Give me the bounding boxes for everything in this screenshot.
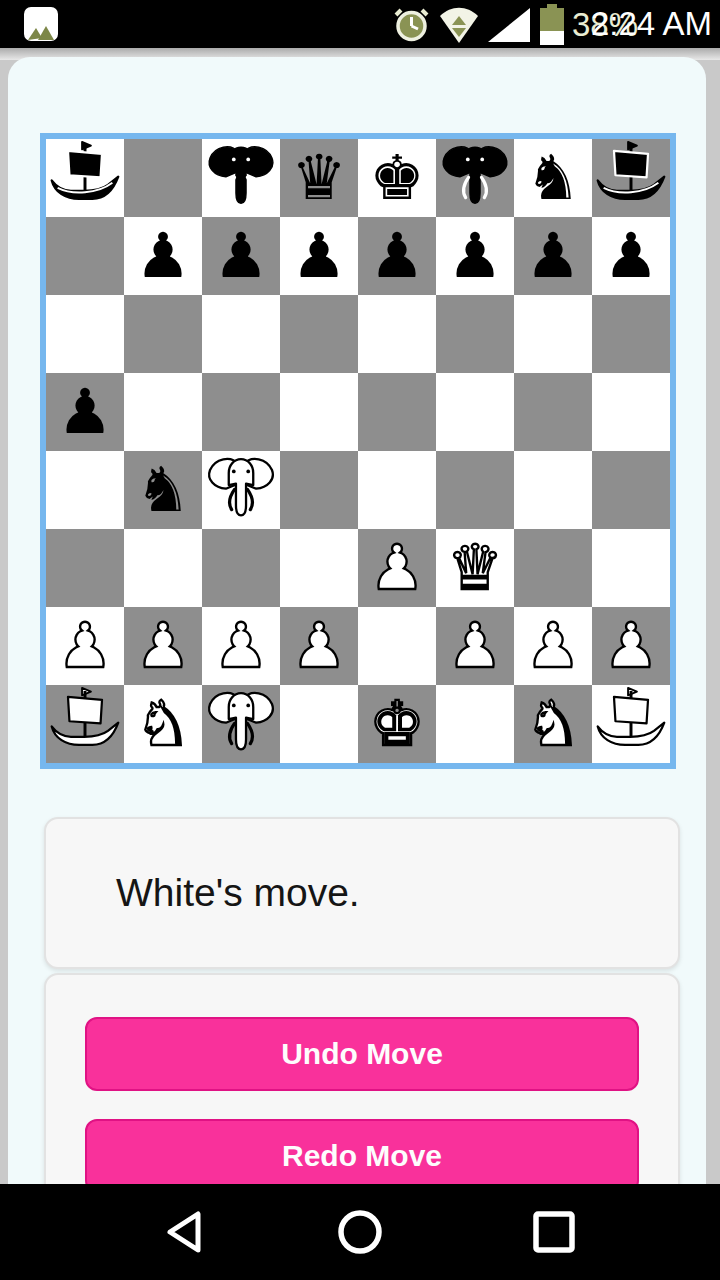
square-c8[interactable] xyxy=(202,139,280,217)
square-c3[interactable] xyxy=(202,529,280,607)
recents-icon xyxy=(532,1210,576,1254)
square-h7[interactable]: ♟ xyxy=(592,217,670,295)
square-a7[interactable] xyxy=(46,217,124,295)
square-e7[interactable]: ♟ xyxy=(358,217,436,295)
piece-black-pawn: ♟ xyxy=(369,217,425,295)
square-f6[interactable] xyxy=(436,295,514,373)
piece-white-queen: ♛ xyxy=(447,529,503,607)
home-icon xyxy=(336,1208,384,1256)
square-f8[interactable] xyxy=(436,139,514,217)
square-h8[interactable] xyxy=(592,139,670,217)
piece-black-pawn: ♟ xyxy=(57,373,113,451)
wifi-icon xyxy=(438,7,480,45)
square-e5[interactable] xyxy=(358,373,436,451)
battery-icon xyxy=(540,4,564,45)
piece-black-pawn: ♟ xyxy=(213,217,269,295)
square-h1[interactable] xyxy=(592,685,670,763)
square-d3[interactable] xyxy=(280,529,358,607)
piece-white-pawn: ♟ xyxy=(369,529,425,607)
piece-white-pawn: ♟ xyxy=(135,607,191,685)
square-f1[interactable] xyxy=(436,685,514,763)
square-b6[interactable] xyxy=(124,295,202,373)
piece-black-knight: ♞ xyxy=(525,139,581,217)
square-d6[interactable] xyxy=(280,295,358,373)
square-f3[interactable]: ♛ xyxy=(436,529,514,607)
square-a2[interactable]: ♟ xyxy=(46,607,124,685)
square-b5[interactable] xyxy=(124,373,202,451)
square-b3[interactable] xyxy=(124,529,202,607)
square-f5[interactable] xyxy=(436,373,514,451)
piece-black-pawn: ♟ xyxy=(525,217,581,295)
redo-move-button[interactable]: Redo Move xyxy=(85,1119,639,1193)
square-d5[interactable] xyxy=(280,373,358,451)
mountains-glyph xyxy=(27,23,55,41)
recents-button[interactable] xyxy=(526,1184,582,1280)
piece-white-rook-boat xyxy=(48,685,122,763)
square-g1[interactable]: ♞ xyxy=(514,685,592,763)
turn-message: White's move. xyxy=(116,871,360,915)
square-a3[interactable] xyxy=(46,529,124,607)
square-f7[interactable]: ♟ xyxy=(436,217,514,295)
square-g8[interactable]: ♞ xyxy=(514,139,592,217)
square-b7[interactable]: ♟ xyxy=(124,217,202,295)
piece-black-knight: ♞ xyxy=(135,451,191,529)
piece-black-pawn: ♟ xyxy=(447,217,503,295)
piece-black-king: ♚ xyxy=(369,139,425,217)
clock-time: 2:24 AM xyxy=(591,5,712,43)
alarm-clock-icon xyxy=(393,6,430,43)
piece-white-pawn: ♟ xyxy=(525,607,581,685)
piece-black-pawn: ♟ xyxy=(291,217,347,295)
square-g5[interactable] xyxy=(514,373,592,451)
piece-white-knight: ♞ xyxy=(525,685,581,763)
piece-white-king: ♚ xyxy=(369,685,425,763)
message-card: White's move. xyxy=(44,817,680,969)
piece-white-pawn: ♟ xyxy=(213,607,269,685)
gallery-notification-icon xyxy=(24,7,58,41)
chess-board[interactable]: ♛♚ ♞ ♟♟♟♟♟♟♟♟♞ ♟♛♟♟♟♟♟♟♟ ♞ ♚♞ xyxy=(40,133,676,769)
status-bar: 38% 2:24 AM xyxy=(0,0,720,48)
square-c6[interactable] xyxy=(202,295,280,373)
square-c4[interactable] xyxy=(202,451,280,529)
piece-black-bishop-elephant xyxy=(205,140,277,216)
piece-black-rook-boat xyxy=(48,139,122,217)
square-b2[interactable]: ♟ xyxy=(124,607,202,685)
square-f4[interactable] xyxy=(436,451,514,529)
piece-white-bishop-elephant xyxy=(205,452,277,528)
square-g6[interactable] xyxy=(514,295,592,373)
square-c5[interactable] xyxy=(202,373,280,451)
square-a1[interactable] xyxy=(46,685,124,763)
square-h5[interactable] xyxy=(592,373,670,451)
piece-black-bishop-elephant xyxy=(439,140,511,216)
square-e3[interactable]: ♟ xyxy=(358,529,436,607)
square-a6[interactable] xyxy=(46,295,124,373)
square-g7[interactable]: ♟ xyxy=(514,217,592,295)
back-button[interactable] xyxy=(156,1184,212,1280)
piece-black-pawn: ♟ xyxy=(603,217,659,295)
piece-white-pawn: ♟ xyxy=(57,607,113,685)
square-f2[interactable]: ♟ xyxy=(436,607,514,685)
square-d7[interactable]: ♟ xyxy=(280,217,358,295)
back-icon xyxy=(165,1210,203,1254)
square-e4[interactable] xyxy=(358,451,436,529)
square-a5[interactable]: ♟ xyxy=(46,373,124,451)
piece-white-bishop-elephant xyxy=(205,686,277,762)
piece-white-knight: ♞ xyxy=(135,685,191,763)
square-c1[interactable] xyxy=(202,685,280,763)
square-d4[interactable] xyxy=(280,451,358,529)
square-h6[interactable] xyxy=(592,295,670,373)
phone-screen: 38% 2:24 AM ♛♚ ♞ ♟♟♟♟♟♟♟♟♞ ♟ xyxy=(0,0,720,1280)
piece-white-pawn: ♟ xyxy=(291,607,347,685)
square-e6[interactable] xyxy=(358,295,436,373)
square-d2[interactable]: ♟ xyxy=(280,607,358,685)
signal-icon xyxy=(488,8,530,42)
square-b1[interactable]: ♞ xyxy=(124,685,202,763)
home-button[interactable] xyxy=(332,1184,388,1280)
piece-white-pawn: ♟ xyxy=(447,607,503,685)
square-b4[interactable]: ♞ xyxy=(124,451,202,529)
square-e2[interactable] xyxy=(358,607,436,685)
piece-black-pawn: ♟ xyxy=(135,217,191,295)
piece-black-queen: ♛ xyxy=(291,139,347,217)
square-d8[interactable]: ♛ xyxy=(280,139,358,217)
square-e8[interactable]: ♚ xyxy=(358,139,436,217)
android-nav-bar xyxy=(0,1184,720,1280)
square-g4[interactable] xyxy=(514,451,592,529)
square-b8[interactable] xyxy=(124,139,202,217)
undo-move-button[interactable]: Undo Move xyxy=(85,1017,639,1091)
square-c7[interactable]: ♟ xyxy=(202,217,280,295)
square-g2[interactable]: ♟ xyxy=(514,607,592,685)
square-h4[interactable] xyxy=(592,451,670,529)
square-c2[interactable]: ♟ xyxy=(202,607,280,685)
piece-white-rook-boat xyxy=(594,685,668,763)
piece-black-rook-boat xyxy=(594,139,668,217)
square-h2[interactable]: ♟ xyxy=(592,607,670,685)
square-e1[interactable]: ♚ xyxy=(358,685,436,763)
square-g3[interactable] xyxy=(514,529,592,607)
square-d1[interactable] xyxy=(280,685,358,763)
square-a4[interactable] xyxy=(46,451,124,529)
square-h3[interactable] xyxy=(592,529,670,607)
square-a8[interactable] xyxy=(46,139,124,217)
piece-white-pawn: ♟ xyxy=(603,607,659,685)
